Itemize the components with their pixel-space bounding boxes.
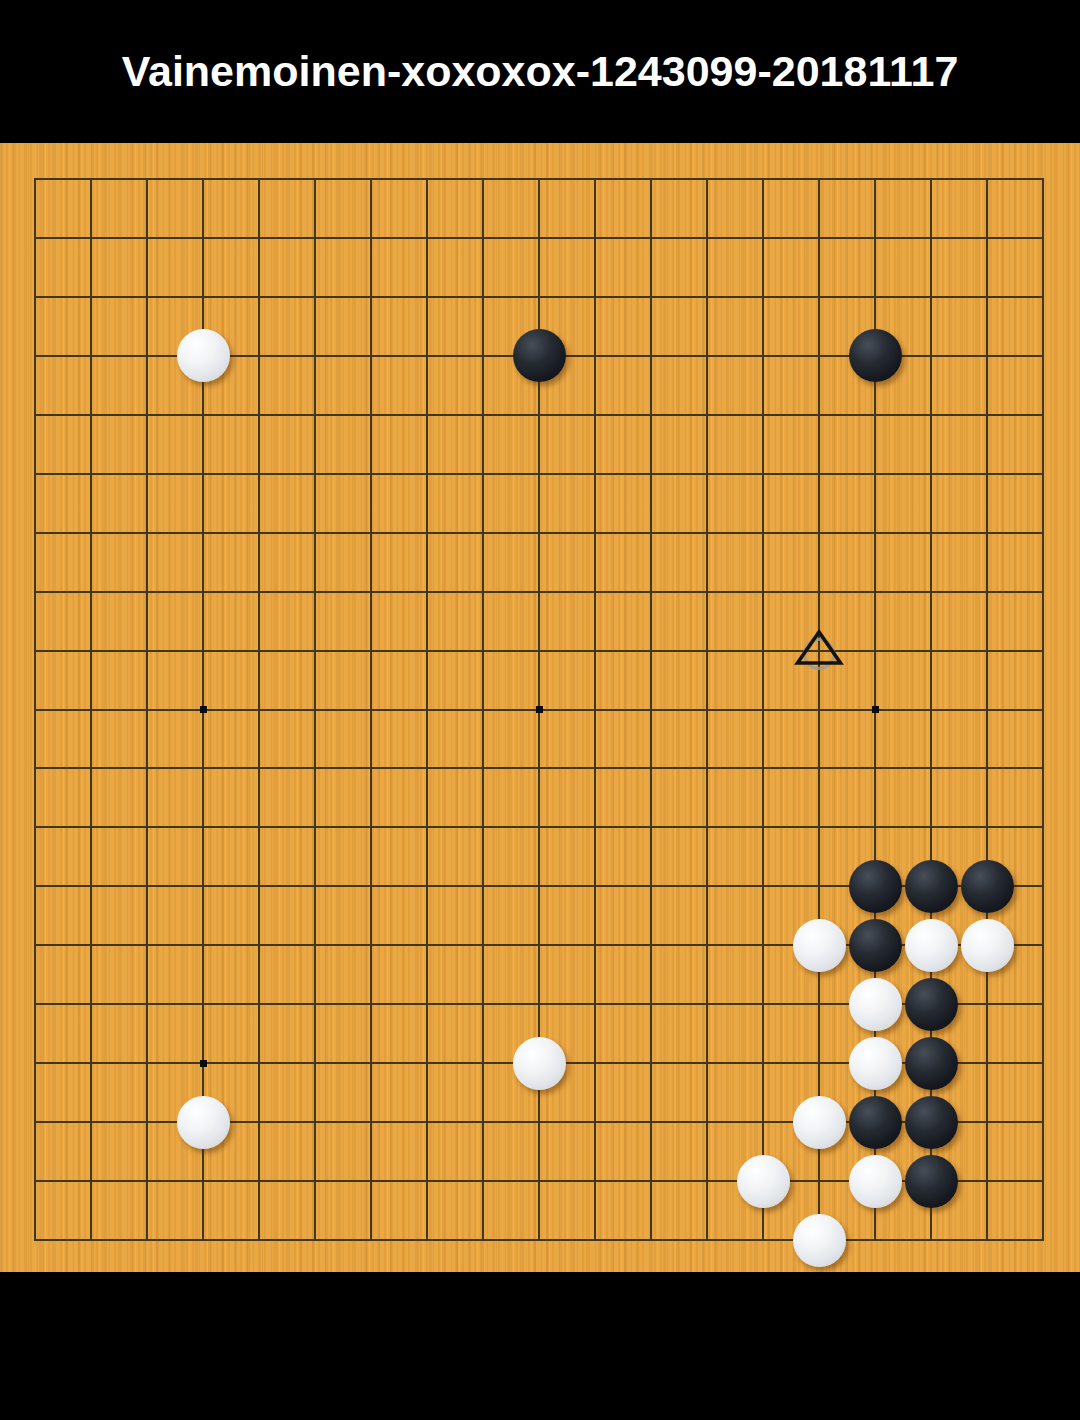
stone-white [905, 919, 958, 972]
triangle-marker [792, 626, 846, 676]
stone-white [737, 1155, 790, 1208]
grid-line-vertical [650, 178, 652, 1241]
grid-line-vertical [818, 178, 820, 1241]
star-point [872, 706, 879, 713]
grid-line-horizontal [34, 1239, 1044, 1241]
grid-line-horizontal [34, 826, 1044, 828]
stone-white [793, 919, 846, 972]
stone-white [793, 1214, 846, 1267]
stone-black [849, 329, 902, 382]
stone-black [513, 329, 566, 382]
stone-white [849, 978, 902, 1031]
game-title: Vainemoinen-xoxoxox-1243099-20181117 [122, 47, 959, 96]
stone-white [793, 1096, 846, 1149]
screen: Vainemoinen-xoxoxox-1243099-20181117 [0, 0, 1080, 1420]
stone-black [849, 860, 902, 913]
stone-white [177, 329, 230, 382]
stone-black [905, 1096, 958, 1149]
grid-line-horizontal [34, 767, 1044, 769]
stone-white [849, 1155, 902, 1208]
grid-line-vertical [762, 178, 764, 1241]
star-point [536, 706, 543, 713]
grid-line-vertical [706, 178, 708, 1241]
grid-line-vertical [1042, 178, 1044, 1241]
stone-black [905, 978, 958, 1031]
grid-line-vertical [986, 178, 988, 1241]
stone-black [849, 919, 902, 972]
stone-white [961, 919, 1014, 972]
stone-black [905, 1155, 958, 1208]
stone-black [905, 1037, 958, 1090]
go-board[interactable] [0, 143, 1080, 1272]
bottom-bar [0, 1272, 1080, 1420]
grid-line-vertical [594, 178, 596, 1241]
stone-black [849, 1096, 902, 1149]
star-point [200, 706, 207, 713]
stone-black [961, 860, 1014, 913]
star-point [200, 1060, 207, 1067]
stone-white [513, 1037, 566, 1090]
stone-white [849, 1037, 902, 1090]
stone-black [905, 860, 958, 913]
stone-white [177, 1096, 230, 1149]
title-bar: Vainemoinen-xoxoxox-1243099-20181117 [0, 0, 1080, 143]
